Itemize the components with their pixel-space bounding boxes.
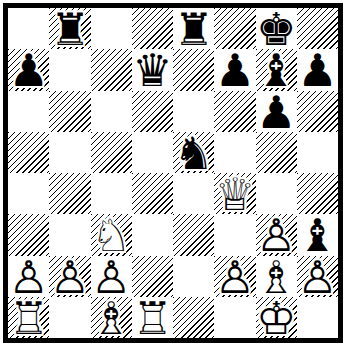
square-a7[interactable]: ♟ <box>8 49 49 90</box>
square-a1[interactable]: ♜♖ <box>8 297 49 338</box>
black-piece-glyph: ♟ <box>8 50 49 90</box>
white-piece-outline: ♔ <box>256 298 297 338</box>
square-f2[interactable]: ♟♙ <box>214 256 255 297</box>
square-h3[interactable]: ♝ <box>297 214 338 255</box>
square-e3[interactable] <box>173 214 214 255</box>
black-piece-glyph: ♚ <box>256 9 297 49</box>
square-b8[interactable]: ♜ <box>49 8 90 49</box>
square-b6[interactable] <box>49 91 90 132</box>
piece-white-pawn-a2: ♟♙ <box>8 256 49 297</box>
square-a4[interactable] <box>8 173 49 214</box>
square-h1[interactable] <box>297 297 338 338</box>
piece-white-king-g1: ♚♔ <box>256 297 297 338</box>
square-a5[interactable] <box>8 132 49 173</box>
white-piece-outline: ♕ <box>214 174 255 214</box>
black-piece-glyph: ♜ <box>173 9 214 49</box>
piece-white-bishop-g2: ♝♗ <box>256 256 297 297</box>
black-piece-glyph: ♜ <box>49 9 90 49</box>
square-h7[interactable]: ♟ <box>297 49 338 90</box>
piece-white-pawn-c2: ♟♙ <box>91 256 132 297</box>
white-piece-outline: ♙ <box>256 215 297 255</box>
square-e5[interactable]: ♞ <box>173 132 214 173</box>
white-piece-outline: ♘ <box>91 215 132 255</box>
square-g1[interactable]: ♚♔ <box>256 297 297 338</box>
square-c7[interactable] <box>91 49 132 90</box>
square-g5[interactable] <box>256 132 297 173</box>
piece-black-pawn-h7: ♟ <box>297 49 338 90</box>
white-piece-outline: ♙ <box>91 257 132 297</box>
piece-white-bishop-c1: ♝♗ <box>91 297 132 338</box>
square-d6[interactable] <box>132 91 173 132</box>
square-c6[interactable] <box>91 91 132 132</box>
black-piece-glyph: ♝ <box>297 215 338 255</box>
piece-white-pawn-f2: ♟♙ <box>214 256 255 297</box>
black-piece-glyph: ♟ <box>214 50 255 90</box>
square-d7[interactable]: ♛ <box>132 49 173 90</box>
square-g2[interactable]: ♝♗ <box>256 256 297 297</box>
square-h2[interactable]: ♟♙ <box>297 256 338 297</box>
piece-white-queen-f4: ♛♕ <box>214 173 255 214</box>
square-e1[interactable] <box>173 297 214 338</box>
square-d4[interactable] <box>132 173 173 214</box>
piece-white-rook-a1: ♜♖ <box>8 297 49 338</box>
piece-white-rook-d1: ♜♖ <box>132 297 173 338</box>
black-piece-glyph: ♟ <box>297 50 338 90</box>
piece-black-bishop-g7: ♝ <box>256 49 297 90</box>
square-e4[interactable] <box>173 173 214 214</box>
black-piece-glyph: ♝ <box>256 50 297 90</box>
black-piece-glyph: ♛ <box>132 50 173 90</box>
piece-white-pawn-g3: ♟♙ <box>256 214 297 255</box>
piece-black-pawn-g6: ♟ <box>256 91 297 132</box>
square-a3[interactable] <box>8 214 49 255</box>
square-f5[interactable] <box>214 132 255 173</box>
white-piece-outline: ♙ <box>214 257 255 297</box>
piece-black-rook-e8: ♜ <box>173 8 214 49</box>
white-piece-outline: ♖ <box>8 298 49 338</box>
square-d2[interactable] <box>132 256 173 297</box>
square-b7[interactable] <box>49 49 90 90</box>
square-b2[interactable]: ♟♙ <box>49 256 90 297</box>
white-piece-outline: ♖ <box>132 298 173 338</box>
square-h5[interactable] <box>297 132 338 173</box>
piece-black-king-g8: ♚ <box>256 8 297 49</box>
square-h6[interactable] <box>297 91 338 132</box>
square-h8[interactable] <box>297 8 338 49</box>
white-piece-outline: ♙ <box>297 257 338 297</box>
square-f1[interactable] <box>214 297 255 338</box>
black-piece-glyph: ♞ <box>173 133 214 173</box>
square-f7[interactable]: ♟ <box>214 49 255 90</box>
square-c8[interactable] <box>91 8 132 49</box>
piece-white-pawn-b2: ♟♙ <box>49 256 90 297</box>
piece-black-pawn-f7: ♟ <box>214 49 255 90</box>
white-piece-outline: ♙ <box>8 257 49 297</box>
white-piece-outline: ♗ <box>256 257 297 297</box>
square-f6[interactable] <box>214 91 255 132</box>
piece-black-pawn-a7: ♟ <box>8 49 49 90</box>
square-g4[interactable] <box>256 173 297 214</box>
piece-white-pawn-h2: ♟♙ <box>297 256 338 297</box>
piece-black-rook-b8: ♜ <box>49 8 90 49</box>
piece-black-queen-d7: ♛ <box>132 49 173 90</box>
square-e8[interactable]: ♜ <box>173 8 214 49</box>
piece-black-bishop-h3: ♝ <box>297 214 338 255</box>
square-g8[interactable]: ♚ <box>256 8 297 49</box>
square-f8[interactable] <box>214 8 255 49</box>
square-c4[interactable] <box>91 173 132 214</box>
square-c3[interactable]: ♞♘ <box>91 214 132 255</box>
square-h4[interactable] <box>297 173 338 214</box>
square-d5[interactable] <box>132 132 173 173</box>
square-d1[interactable]: ♜♖ <box>132 297 173 338</box>
square-a8[interactable] <box>8 8 49 49</box>
chess-board: ♜♜♚♟♛♟♝♟♟♞♛♕♞♘♟♙♝♟♙♟♙♟♙♟♙♝♗♟♙♜♖♝♗♜♖♚♔ <box>3 3 343 343</box>
square-g7[interactable]: ♝ <box>256 49 297 90</box>
square-b4[interactable] <box>49 173 90 214</box>
square-a6[interactable] <box>8 91 49 132</box>
square-d8[interactable] <box>132 8 173 49</box>
black-piece-glyph: ♟ <box>256 92 297 132</box>
square-e2[interactable] <box>173 256 214 297</box>
square-a2[interactable]: ♟♙ <box>8 256 49 297</box>
square-d3[interactable] <box>132 214 173 255</box>
piece-white-knight-c3: ♞♘ <box>91 214 132 255</box>
white-piece-outline: ♙ <box>49 257 90 297</box>
square-f4[interactable]: ♛♕ <box>214 173 255 214</box>
square-e6[interactable] <box>173 91 214 132</box>
square-g3[interactable]: ♟♙ <box>256 214 297 255</box>
square-c2[interactable]: ♟♙ <box>91 256 132 297</box>
square-f3[interactable] <box>214 214 255 255</box>
white-piece-outline: ♗ <box>91 298 132 338</box>
square-b5[interactable] <box>49 132 90 173</box>
square-b3[interactable] <box>49 214 90 255</box>
square-b1[interactable] <box>49 297 90 338</box>
square-c5[interactable] <box>91 132 132 173</box>
piece-black-knight-e5: ♞ <box>173 132 214 173</box>
square-g6[interactable]: ♟ <box>256 91 297 132</box>
square-c1[interactable]: ♝♗ <box>91 297 132 338</box>
square-e7[interactable] <box>173 49 214 90</box>
